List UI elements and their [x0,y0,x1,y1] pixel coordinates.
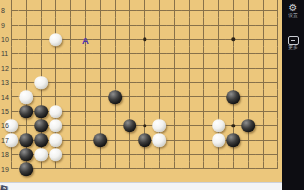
intersection[interactable] [226,18,241,32]
intersection[interactable] [270,119,282,133]
intersection[interactable] [256,133,271,147]
intersection[interactable] [78,133,93,147]
intersection[interactable] [34,162,49,176]
intersection[interactable] [167,147,182,161]
intersection[interactable] [93,104,108,118]
intersection[interactable] [270,18,282,32]
black-stone [19,162,33,176]
intersection[interactable] [48,3,63,17]
intersection[interactable] [78,162,93,176]
intersection[interactable] [4,47,19,61]
intersection[interactable] [78,61,93,75]
white-stone [5,119,19,133]
annotation-label: A [82,34,89,45]
intersection[interactable] [93,18,108,32]
star-point [232,38,235,41]
intersection[interactable] [78,18,93,32]
intersection[interactable] [4,104,19,118]
intersection[interactable] [122,18,137,32]
white-stone [49,134,63,148]
intersection[interactable] [270,90,282,104]
undo-icon[interactable]: ↩ [0,184,8,190]
intersection[interactable] [93,147,108,161]
intersection[interactable] [270,3,282,17]
intersection[interactable] [182,3,197,17]
intersection[interactable] [270,162,282,176]
white-stone [34,148,48,162]
intersection[interactable] [182,18,197,32]
intersection[interactable] [63,61,78,75]
intersection[interactable] [167,61,182,75]
intersection[interactable] [167,75,182,89]
intersection[interactable] [63,133,78,147]
intersection[interactable] [108,61,123,75]
intersection[interactable] [182,47,197,61]
intersection[interactable] [167,133,182,147]
intersection[interactable] [108,32,123,46]
intersection[interactable] [241,61,256,75]
intersection[interactable] [34,18,49,32]
intersection[interactable] [196,32,211,46]
intersection[interactable] [108,18,123,32]
intersection[interactable] [167,18,182,32]
intersection[interactable] [226,3,241,17]
intersection[interactable] [256,119,271,133]
intersection[interactable] [211,75,226,89]
intersection[interactable] [241,147,256,161]
intersection[interactable] [137,75,152,89]
intersection[interactable] [4,90,19,104]
intersection[interactable] [78,47,93,61]
intersection[interactable] [182,90,197,104]
white-stone [212,134,226,148]
intersection[interactable] [256,75,271,89]
intersection[interactable] [241,47,256,61]
intersection[interactable] [211,3,226,17]
intersection[interactable] [182,162,197,176]
intersection[interactable] [48,75,63,89]
intersection[interactable] [167,47,182,61]
intersection[interactable] [122,147,137,161]
intersection[interactable] [48,18,63,32]
intersection[interactable] [137,18,152,32]
intersection[interactable] [137,3,152,17]
intersection[interactable] [196,162,211,176]
white-stone [5,134,19,148]
intersection[interactable] [196,133,211,147]
intersection[interactable] [78,90,93,104]
intersection[interactable] [108,75,123,89]
intersection[interactable] [137,32,152,46]
intersection[interactable] [122,90,137,104]
intersection[interactable] [93,3,108,17]
intersection[interactable] [152,32,167,46]
intersection[interactable] [226,104,241,118]
black-stone [227,90,241,104]
intersection[interactable] [48,47,63,61]
white-stone [49,33,63,47]
intersection[interactable] [182,61,197,75]
settings-button[interactable]: ⚙ 设置 [282,2,304,20]
intersection[interactable] [152,47,167,61]
intersection[interactable] [108,119,123,133]
intersection[interactable] [93,47,108,61]
intersection[interactable] [19,47,34,61]
intersection[interactable] [226,32,241,46]
intersection[interactable] [241,18,256,32]
intersection[interactable] [167,32,182,46]
intersection[interactable] [241,3,256,17]
intersection[interactable] [270,75,282,89]
more-button[interactable]: 更多 [282,34,304,52]
intersection[interactable] [122,61,137,75]
intersection[interactable] [167,119,182,133]
intersection[interactable] [78,75,93,89]
intersection[interactable] [256,18,271,32]
intersection[interactable] [152,147,167,161]
intersection[interactable] [196,3,211,17]
board-grid[interactable]: A [4,0,282,176]
intersection[interactable] [137,47,152,61]
intersection[interactable] [152,104,167,118]
intersection[interactable] [78,104,93,118]
intersection[interactable] [256,61,271,75]
intersection[interactable] [19,119,34,133]
intersection[interactable] [211,104,226,118]
intersection[interactable] [122,47,137,61]
intersection[interactable] [122,133,137,147]
intersection[interactable] [78,119,93,133]
intersection[interactable] [241,133,256,147]
intersection[interactable] [152,61,167,75]
intersection[interactable] [270,61,282,75]
intersection[interactable] [226,147,241,161]
intersection[interactable] [270,47,282,61]
intersection[interactable] [4,147,19,161]
intersection[interactable] [211,90,226,104]
intersection[interactable] [78,3,93,17]
intersection[interactable] [256,32,271,46]
intersection[interactable] [211,18,226,32]
intersection[interactable] [152,75,167,89]
more-label: 更多 [288,45,298,51]
settings-label: 设置 [288,13,298,19]
white-stone [153,119,167,133]
black-stone [227,134,241,148]
intersection[interactable] [19,3,34,17]
intersection[interactable] [196,18,211,32]
intersection[interactable] [226,47,241,61]
white-stone [49,105,63,119]
intersection[interactable] [63,75,78,89]
intersection[interactable] [196,104,211,118]
intersection[interactable] [196,61,211,75]
intersection[interactable] [196,90,211,104]
intersection[interactable] [182,75,197,89]
intersection[interactable] [196,75,211,89]
intersection[interactable] [270,104,282,118]
intersection[interactable] [256,162,271,176]
star-point [232,124,235,127]
intersection[interactable] [108,47,123,61]
go-board[interactable]: A 78910111213141516171819 [0,0,282,182]
intersection[interactable] [63,119,78,133]
intersection[interactable] [19,75,34,89]
intersection[interactable] [63,147,78,161]
intersection[interactable] [108,147,123,161]
intersection[interactable] [122,104,137,118]
right-sidebar: ⚙ 设置 更多 [282,0,304,190]
black-stone [108,90,122,104]
gear-icon: ⚙ [289,2,298,13]
black-stone [93,134,107,148]
intersection[interactable] [152,3,167,17]
intersection[interactable] [241,32,256,46]
intersection[interactable] [19,61,34,75]
intersection[interactable] [63,104,78,118]
black-stone [34,105,48,119]
intersection[interactable] [256,90,271,104]
white-stone [49,148,63,162]
intersection[interactable] [211,61,226,75]
intersection[interactable] [137,147,152,161]
intersection[interactable] [137,162,152,176]
intersection[interactable] [63,3,78,17]
intersection[interactable] [19,32,34,46]
intersection[interactable] [78,147,93,161]
bottom-toolbar: ⚐ ‖ ▢ ⚙ ↩ [0,182,282,190]
more-icon [288,36,299,45]
intersection[interactable] [137,90,152,104]
intersection[interactable] [270,147,282,161]
intersection[interactable] [152,162,167,176]
intersection[interactable] [241,104,256,118]
intersection[interactable] [63,90,78,104]
intersection[interactable] [182,104,197,118]
intersection[interactable] [137,119,152,133]
black-stone [19,105,33,119]
intersection[interactable] [226,61,241,75]
intersection[interactable] [93,119,108,133]
intersection[interactable] [34,3,49,17]
intersection[interactable] [226,162,241,176]
star-point [143,124,146,127]
intersection[interactable] [63,162,78,176]
intersection[interactable] [256,147,271,161]
intersection[interactable] [4,162,19,176]
intersection[interactable] [108,104,123,118]
intersection[interactable] [256,47,271,61]
intersection[interactable] [270,133,282,147]
intersection[interactable] [93,162,108,176]
intersection[interactable] [196,47,211,61]
intersection[interactable] [63,18,78,32]
intersection[interactable] [4,75,19,89]
intersection[interactable] [122,162,137,176]
white-stone [49,119,63,133]
intersection[interactable] [211,32,226,46]
intersection[interactable] [196,147,211,161]
intersection[interactable] [167,3,182,17]
intersection[interactable] [93,90,108,104]
intersection[interactable] [122,32,137,46]
intersection[interactable] [108,133,123,147]
intersection[interactable] [63,32,78,46]
intersection[interactable] [182,119,197,133]
intersection[interactable] [182,32,197,46]
intersection[interactable] [108,3,123,17]
intersection[interactable] [167,162,182,176]
intersection[interactable] [137,104,152,118]
intersection[interactable] [122,3,137,17]
intersection[interactable] [241,75,256,89]
intersection[interactable] [4,61,19,75]
black-stone [34,119,48,133]
intersection[interactable] [4,18,19,32]
intersection[interactable] [196,119,211,133]
intersection[interactable] [19,18,34,32]
intersection[interactable] [48,61,63,75]
intersection[interactable] [226,75,241,89]
intersection[interactable] [226,119,241,133]
white-stone [34,76,48,90]
intersection[interactable] [34,47,49,61]
intersection[interactable] [93,75,108,89]
intersection[interactable] [211,162,226,176]
intersection[interactable] [270,32,282,46]
black-stone [19,134,33,148]
black-stone [123,119,137,133]
intersection[interactable] [241,90,256,104]
black-stone [34,134,48,148]
intersection[interactable] [4,32,19,46]
intersection[interactable] [34,32,49,46]
intersection[interactable] [182,133,197,147]
intersection[interactable] [34,61,49,75]
black-stone [138,134,152,148]
intersection[interactable] [211,147,226,161]
intersection[interactable] [167,90,182,104]
black-stone [19,148,33,162]
go-app-screen: A 78910111213141516171819 ⚐ ‖ ▢ ⚙ ↩ ⚙ 设置… [0,0,304,190]
intersection[interactable] [108,162,123,176]
intersection[interactable] [182,147,197,161]
intersection[interactable] [4,3,19,17]
intersection[interactable] [152,18,167,32]
intersection[interactable] [241,162,256,176]
intersection[interactable] [93,32,108,46]
intersection[interactable] [34,90,49,104]
intersection[interactable] [93,61,108,75]
intersection[interactable] [63,47,78,61]
intersection[interactable] [211,47,226,61]
intersection[interactable] [122,75,137,89]
star-point [143,38,146,41]
intersection[interactable] [152,90,167,104]
white-stone [212,119,226,133]
intersection[interactable] [256,104,271,118]
black-stone [241,119,255,133]
intersection[interactable] [137,61,152,75]
intersection[interactable] [48,162,63,176]
white-stone [153,134,167,148]
intersection[interactable] [256,3,271,17]
intersection[interactable] [167,104,182,118]
white-stone [19,90,33,104]
intersection[interactable] [48,90,63,104]
